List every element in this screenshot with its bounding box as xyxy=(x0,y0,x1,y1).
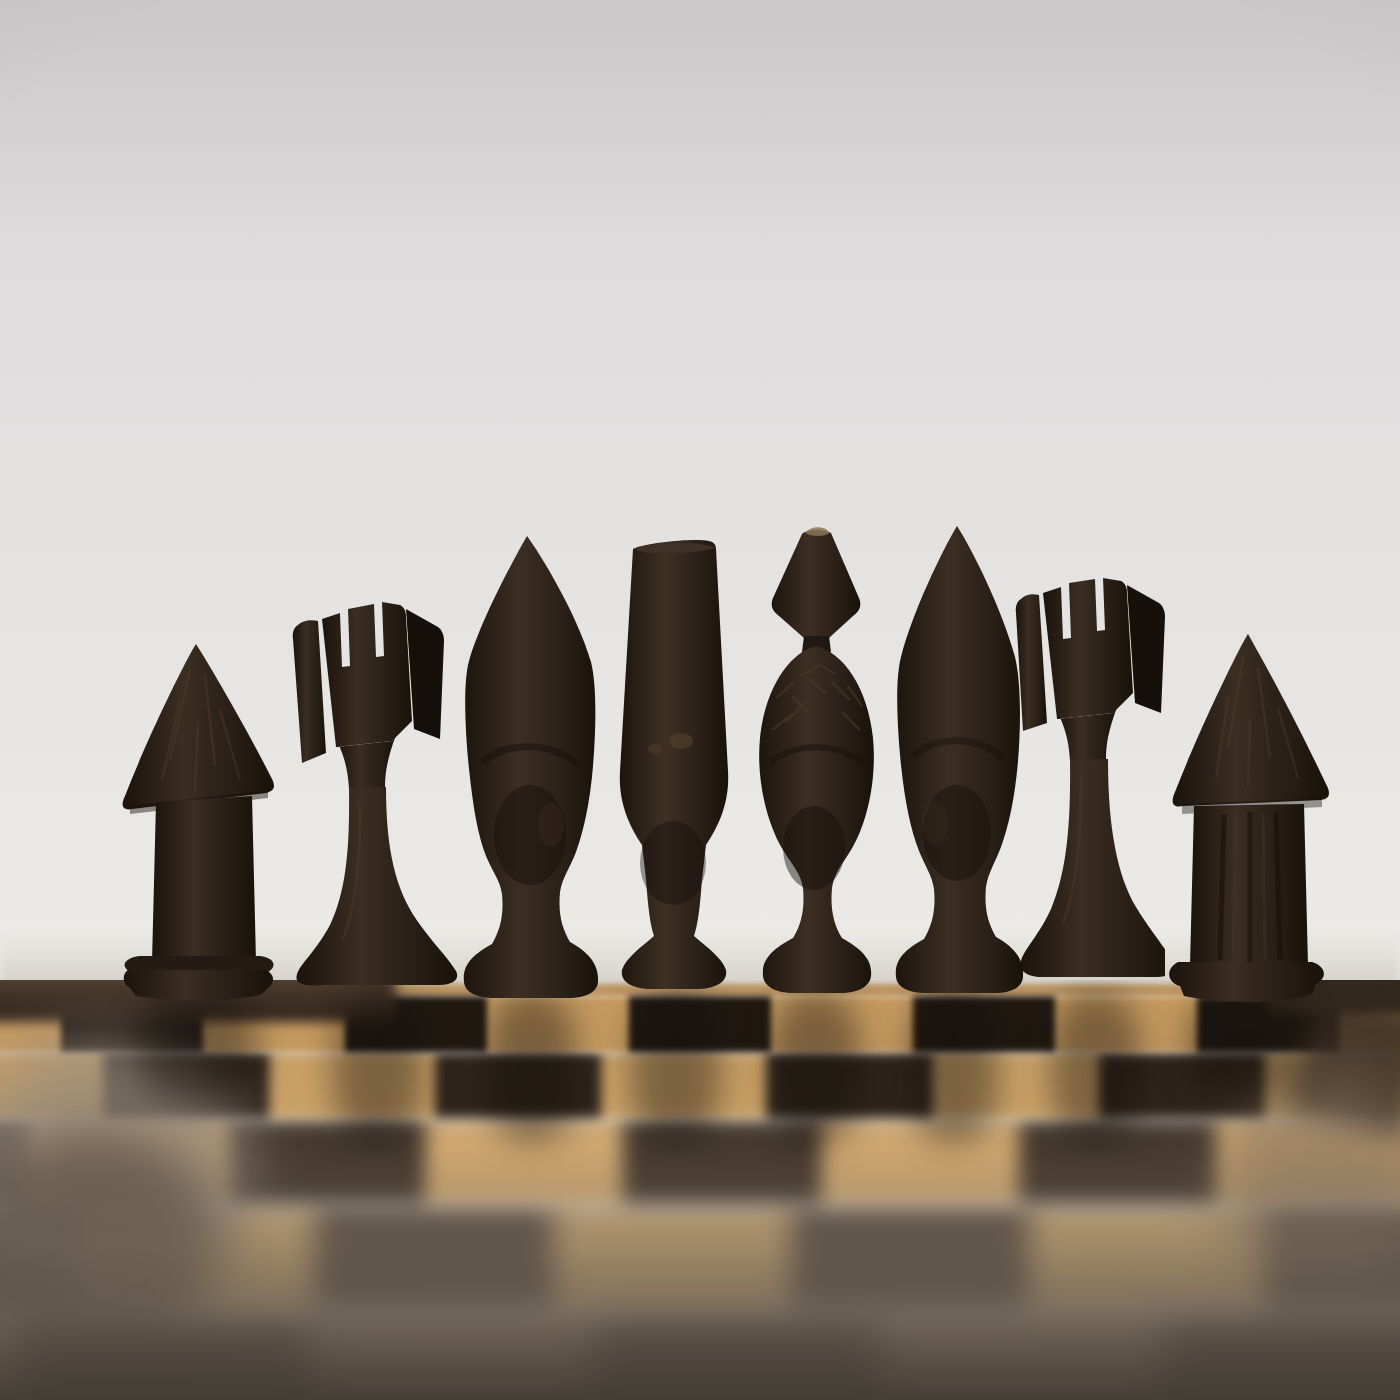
piece-bishop-hooded-left[interactable]: ♝ xyxy=(453,533,605,1001)
chessboard xyxy=(0,980,1400,1400)
piece-shadow xyxy=(487,992,577,1142)
piece-shadow xyxy=(771,992,861,1142)
rook-hut-icon xyxy=(110,640,285,1002)
piece-shadow xyxy=(1051,992,1141,1142)
knight-comb-icon xyxy=(288,593,460,987)
bishop-hood-icon xyxy=(453,533,605,1001)
piece-king-crown[interactable]: ♚ xyxy=(603,533,745,995)
rook-hut-icon xyxy=(1158,628,1333,1006)
piece-rook-hut-right[interactable]: ♜ xyxy=(1158,628,1333,1006)
piece-shadow xyxy=(908,992,998,1142)
piece-queen-bicone[interactable]: ♛ xyxy=(748,526,885,1006)
piece-knight-comb-left[interactable]: ♞ xyxy=(288,593,460,987)
piece-shadow xyxy=(138,992,258,1102)
piece-knight-comb-right[interactable]: ♞ xyxy=(1013,573,1165,987)
knight-comb-icon xyxy=(1013,573,1165,987)
foreground-blur-fade xyxy=(0,1148,1400,1400)
queen-bicone-icon xyxy=(748,526,885,1006)
piece-shadow xyxy=(1187,992,1307,1102)
king-crown-icon xyxy=(603,533,745,995)
bishop-hood-icon xyxy=(883,523,1025,1001)
photo-scene: ♜ ♞ xyxy=(0,0,1400,1400)
piece-bishop-hooded-right[interactable]: ♝ xyxy=(883,523,1025,1001)
piece-shadow xyxy=(333,992,423,1142)
piece-shadow xyxy=(631,992,721,1142)
piece-rook-hut-left[interactable]: ♜ xyxy=(110,640,285,1002)
